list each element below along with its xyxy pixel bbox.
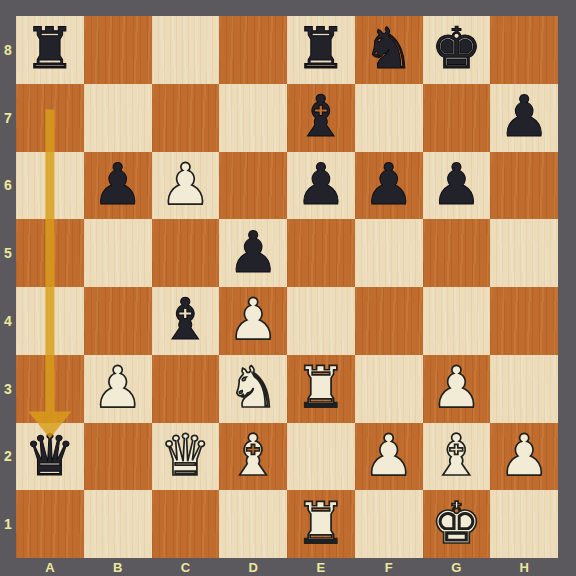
file-label-h: H [490,558,558,576]
white-queen-piece[interactable]: ♛ [152,423,220,491]
black-queen-piece[interactable]: ♛ [16,423,84,491]
square-a1[interactable] [16,490,84,558]
rank-label-8: 8 [0,16,16,84]
black-rook-piece[interactable]: ♜ [16,16,84,84]
square-e2[interactable] [287,423,355,491]
square-a2[interactable]: ♛ [16,423,84,491]
square-f1[interactable] [355,490,423,558]
square-b1[interactable] [84,490,152,558]
white-pawn-piece[interactable]: ♟ [152,152,220,220]
square-d3[interactable]: ♞ [219,355,287,423]
square-f2[interactable]: ♟ [355,423,423,491]
square-g5[interactable] [423,219,491,287]
chessboard-frame: 87654321 ♜♜♞♚♝♟♟♟♟♟♟♟♝♟♟♞♜♟♛♛♝♟♝♟♜♚ ABCD… [0,0,576,576]
square-f5[interactable] [355,219,423,287]
file-label-e: E [287,558,355,576]
black-pawn-piece[interactable]: ♟ [490,84,558,152]
square-e5[interactable] [287,219,355,287]
square-d7[interactable] [219,84,287,152]
square-h2[interactable]: ♟ [490,423,558,491]
square-h4[interactable] [490,287,558,355]
square-g3[interactable]: ♟ [423,355,491,423]
square-a6[interactable] [16,152,84,220]
square-f4[interactable] [355,287,423,355]
rank-label-6: 6 [0,152,16,220]
white-pawn-piece[interactable]: ♟ [219,287,287,355]
square-h6[interactable] [490,152,558,220]
square-h3[interactable] [490,355,558,423]
file-label-d: D [219,558,287,576]
square-a4[interactable] [16,287,84,355]
black-bishop-piece[interactable]: ♝ [152,287,220,355]
square-c3[interactable] [152,355,220,423]
white-bishop-piece[interactable]: ♝ [423,423,491,491]
square-g7[interactable] [423,84,491,152]
square-h1[interactable] [490,490,558,558]
square-f3[interactable] [355,355,423,423]
white-king-piece[interactable]: ♚ [423,490,491,558]
square-e8[interactable]: ♜ [287,16,355,84]
square-f8[interactable]: ♞ [355,16,423,84]
black-pawn-piece[interactable]: ♟ [84,152,152,220]
white-knight-piece[interactable]: ♞ [219,355,287,423]
rank-label-7: 7 [0,84,16,152]
square-d8[interactable] [219,16,287,84]
square-b4[interactable] [84,287,152,355]
square-g6[interactable]: ♟ [423,152,491,220]
square-a8[interactable]: ♜ [16,16,84,84]
square-b2[interactable] [84,423,152,491]
white-bishop-piece[interactable]: ♝ [219,423,287,491]
white-pawn-piece[interactable]: ♟ [490,423,558,491]
black-pawn-piece[interactable]: ♟ [423,152,491,220]
rank-label-2: 2 [0,423,16,491]
black-king-piece[interactable]: ♚ [423,16,491,84]
square-d1[interactable] [219,490,287,558]
white-pawn-piece[interactable]: ♟ [423,355,491,423]
square-b6[interactable]: ♟ [84,152,152,220]
square-c6[interactable]: ♟ [152,152,220,220]
rank-labels: 87654321 [0,16,16,558]
black-pawn-piece[interactable]: ♟ [219,219,287,287]
chess-board[interactable]: ♜♜♞♚♝♟♟♟♟♟♟♟♝♟♟♞♜♟♛♛♝♟♝♟♜♚ [16,16,558,558]
black-rook-piece[interactable]: ♜ [287,16,355,84]
square-e7[interactable]: ♝ [287,84,355,152]
square-c7[interactable] [152,84,220,152]
square-e1[interactable]: ♜ [287,490,355,558]
rank-label-5: 5 [0,219,16,287]
file-label-g: G [423,558,491,576]
square-b5[interactable] [84,219,152,287]
square-h8[interactable] [490,16,558,84]
square-f7[interactable] [355,84,423,152]
file-label-b: B [84,558,152,576]
square-g1[interactable]: ♚ [423,490,491,558]
white-rook-piece[interactable]: ♜ [287,355,355,423]
rank-label-1: 1 [0,490,16,558]
black-pawn-piece[interactable]: ♟ [355,152,423,220]
black-knight-piece[interactable]: ♞ [355,16,423,84]
square-c2[interactable]: ♛ [152,423,220,491]
square-c4[interactable]: ♝ [152,287,220,355]
square-e3[interactable]: ♜ [287,355,355,423]
rank-label-4: 4 [0,287,16,355]
white-pawn-piece[interactable]: ♟ [355,423,423,491]
white-rook-piece[interactable]: ♜ [287,490,355,558]
square-d5[interactable]: ♟ [219,219,287,287]
file-label-a: A [16,558,84,576]
square-g2[interactable]: ♝ [423,423,491,491]
square-g8[interactable]: ♚ [423,16,491,84]
square-e4[interactable] [287,287,355,355]
square-c1[interactable] [152,490,220,558]
black-pawn-piece[interactable]: ♟ [287,152,355,220]
square-d4[interactable]: ♟ [219,287,287,355]
black-bishop-piece[interactable]: ♝ [287,84,355,152]
square-a7[interactable] [16,84,84,152]
white-pawn-piece[interactable]: ♟ [84,355,152,423]
square-d2[interactable]: ♝ [219,423,287,491]
square-f6[interactable]: ♟ [355,152,423,220]
square-b8[interactable] [84,16,152,84]
square-h5[interactable] [490,219,558,287]
square-c8[interactable] [152,16,220,84]
square-e6[interactable]: ♟ [287,152,355,220]
square-a5[interactable] [16,219,84,287]
square-b3[interactable]: ♟ [84,355,152,423]
file-label-c: C [152,558,220,576]
file-label-f: F [355,558,423,576]
square-b7[interactable] [84,84,152,152]
square-h7[interactable]: ♟ [490,84,558,152]
file-labels: ABCDEFGH [16,558,558,576]
rank-label-3: 3 [0,355,16,423]
square-c5[interactable] [152,219,220,287]
square-a3[interactable] [16,355,84,423]
square-d6[interactable] [219,152,287,220]
square-g4[interactable] [423,287,491,355]
